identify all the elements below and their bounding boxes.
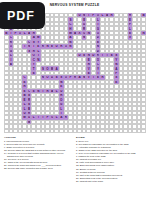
pdf-thumbnail[interactable]: PDF NERVOUS SYSTEM PUZZLE UNIPOLARRBSELE… (0, 0, 149, 198)
down-clues: DOWN 2. Nerve cell3. Cell which is respo… (76, 136, 146, 183)
across-clues: ACROSS 1. Pseudounipolar neuron8. Neuron… (4, 136, 70, 183)
pdf-badge-label: PDF (7, 9, 35, 23)
pdf-badge[interactable]: PDF (0, 2, 45, 29)
across-clue-list: 1. Pseudounipolar neuron8. Neuron with o… (4, 140, 70, 170)
empty-cell (141, 129, 146, 133)
crossword-grid: UNIPOLARRBSELECUIFMHRGLBIPOLARWAXONOENCA… (4, 13, 146, 133)
down-clue-list: 2. Nerve cell3. Cell which is responsibl… (76, 140, 146, 183)
down-header: DOWN (76, 136, 146, 139)
clue-item: 22. Neuron with many dendrites and a sin… (4, 167, 70, 170)
clue-item: 14. Regions of a neuron that contain bra… (4, 152, 70, 158)
across-header: ACROSS (4, 136, 70, 139)
clue-lists: ACROSS 1. Pseudounipolar neuron8. Neuron… (4, 136, 146, 183)
clue-item: 21. Largest part of the brain (76, 180, 146, 183)
